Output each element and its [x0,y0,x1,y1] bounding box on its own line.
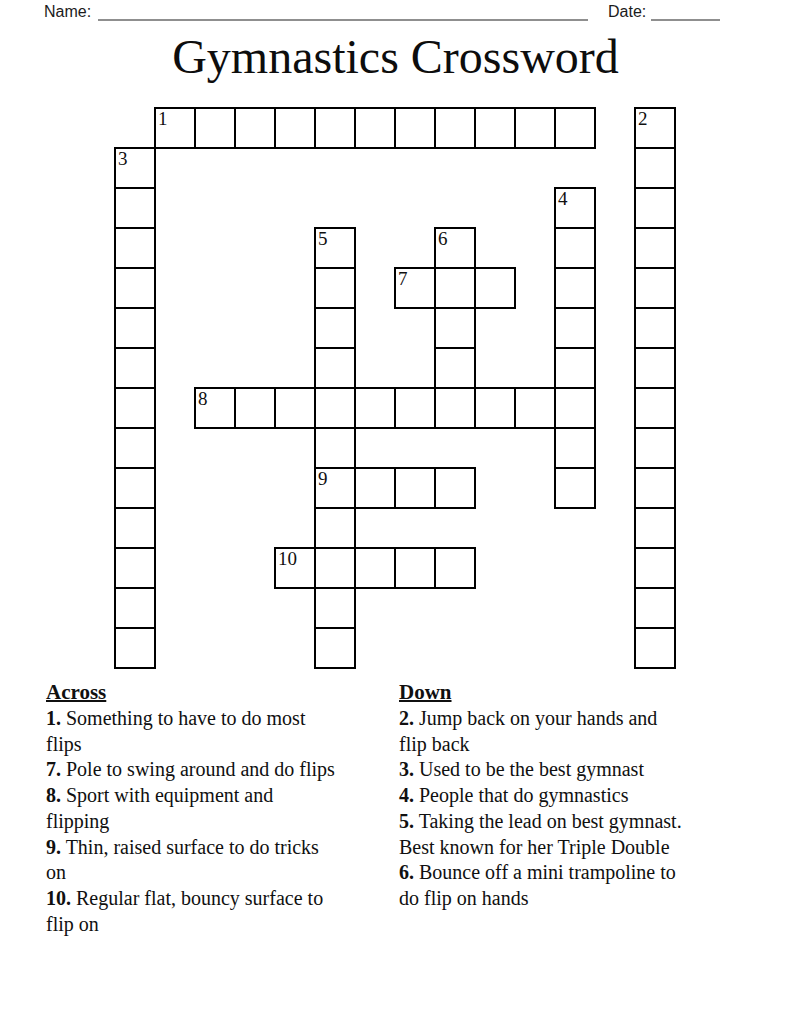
cell-r12c13[interactable] [634,587,676,629]
cell-number: 9 [318,469,328,489]
clue-number: 7. [46,758,61,780]
cell-r7c13[interactable] [634,387,676,429]
cell-r6c0[interactable] [114,347,156,389]
across-clue-list: 1. Something to have to do mostflips7. P… [46,706,396,937]
cell-r0c9[interactable] [474,107,516,149]
cell-r11c8[interactable] [434,547,476,589]
clue-text-line: on [46,860,396,886]
cell-r4c7[interactable]: 7 [394,267,436,309]
clue-down-3: 3. Used to be the best gymnast [399,757,791,783]
cell-number: 6 [438,229,448,249]
cell-number: 5 [318,229,328,249]
cell-r0c4[interactable] [274,107,316,149]
down-clue-list: 2. Jump back on your hands andflip back3… [399,706,791,912]
clue-number: 2. [399,707,414,729]
cell-r1c13[interactable] [634,147,676,189]
clue-text-line: 3. Used to be the best gymnast [399,757,791,783]
clue-number: 1. [46,707,61,729]
cell-r7c8[interactable] [434,387,476,429]
cell-r0c13[interactable]: 2 [634,107,676,149]
clue-number: 6. [399,861,414,883]
cell-r7c11[interactable] [554,387,596,429]
cell-r13c13[interactable] [634,627,676,669]
cell-r7c5[interactable] [314,387,356,429]
cell-r12c0[interactable] [114,587,156,629]
cell-r0c11[interactable] [554,107,596,149]
cell-r4c11[interactable] [554,267,596,309]
cell-r4c13[interactable] [634,267,676,309]
crossword-grid: 12345678910 [114,107,676,669]
cell-r4c9[interactable] [474,267,516,309]
cell-r2c0[interactable] [114,187,156,229]
clue-text-line: 2. Jump back on your hands and [399,706,791,732]
cell-r0c5[interactable] [314,107,356,149]
clue-across-1: 1. Something to have to do mostflips [46,706,396,757]
cell-number: 4 [558,189,568,209]
cell-r7c10[interactable] [514,387,556,429]
cell-r5c0[interactable] [114,307,156,349]
cell-r8c13[interactable] [634,427,676,469]
cell-r7c0[interactable] [114,387,156,429]
clue-text-line: 10. Regular flat, bouncy surface to [46,886,396,912]
clue-text-line: flip back [399,732,791,758]
cell-r5c13[interactable] [634,307,676,349]
clue-text-line: Best known for her Triple Double [399,835,791,861]
cell-r0c6[interactable] [354,107,396,149]
cell-r8c0[interactable] [114,427,156,469]
worksheet-page: { "game": "crossword", "header": { "name… [0,0,791,1024]
cell-r9c7[interactable] [394,467,436,509]
cell-r10c0[interactable] [114,507,156,549]
down-section: Down 2. Jump back on your hands andflip … [399,678,791,912]
clue-number: 9. [46,836,61,858]
clue-number: 4. [399,784,414,806]
cell-r5c5[interactable] [314,307,356,349]
cell-r7c6[interactable] [354,387,396,429]
clue-text-line: 8. Sport with equipment and [46,783,396,809]
cell-r0c3[interactable] [234,107,276,149]
clue-text-line: 4. People that do gymnastics [399,783,791,809]
cell-number: 10 [278,549,297,569]
cell-r3c11[interactable] [554,227,596,269]
cell-r4c5[interactable] [314,267,356,309]
cell-r2c11[interactable]: 4 [554,187,596,229]
cell-r9c11[interactable] [554,467,596,509]
clue-across-8: 8. Sport with equipment andflipping [46,783,396,834]
clue-across-7: 7. Pole to swing around and do flips [46,757,396,783]
clue-text-line: 1. Something to have to do most [46,706,396,732]
cell-r7c9[interactable] [474,387,516,429]
cell-r3c5[interactable]: 5 [314,227,356,269]
cell-r5c8[interactable] [434,307,476,349]
page-title: Gymnastics Crossword [0,30,791,84]
cell-r0c7[interactable] [394,107,436,149]
cell-r7c4[interactable] [274,387,316,429]
clue-number: 10. [46,887,71,909]
cell-number: 1 [158,109,168,129]
clue-down-6: 6. Bounce off a mini trampoline todo fli… [399,860,791,911]
cell-r0c8[interactable] [434,107,476,149]
cell-r7c2[interactable]: 8 [194,387,236,429]
clue-text-line: flips [46,732,396,758]
cell-r3c13[interactable] [634,227,676,269]
clue-down-4: 4. People that do gymnastics [399,783,791,809]
date-label: Date: [608,3,646,21]
cell-r11c6[interactable] [354,547,396,589]
cell-r5c11[interactable] [554,307,596,349]
clue-down-5: 5. Taking the lead on best gymnast.Best … [399,809,791,860]
cell-r12c5[interactable] [314,587,356,629]
cell-number: 3 [118,149,128,169]
cell-r2c13[interactable] [634,187,676,229]
cell-r7c7[interactable] [394,387,436,429]
cell-r7c3[interactable] [234,387,276,429]
cell-r11c7[interactable] [394,547,436,589]
clue-text-line: flip on [46,912,396,938]
cell-r6c13[interactable] [634,347,676,389]
clue-text-line: 7. Pole to swing around and do flips [46,757,396,783]
cell-r11c5[interactable] [314,547,356,589]
date-fill-line [651,19,720,21]
clue-number: 3. [399,758,414,780]
cell-r11c0[interactable] [114,547,156,589]
cell-number: 8 [198,389,208,409]
cell-r8c11[interactable] [554,427,596,469]
cell-r13c5[interactable] [314,627,356,669]
across-header: Across [46,678,396,706]
cell-r1c0[interactable]: 3 [114,147,156,189]
name-label: Name: [44,3,91,21]
clue-text-line: do flip on hands [399,886,791,912]
clue-number: 5. [399,810,414,832]
cell-r9c5[interactable]: 9 [314,467,356,509]
cell-r9c13[interactable] [634,467,676,509]
cell-r10c13[interactable] [634,507,676,549]
clue-across-9: 9. Thin, raised surface to do trickson [46,835,396,886]
cell-r8c5[interactable] [314,427,356,469]
clue-text-line: 6. Bounce off a mini trampoline to [399,860,791,886]
cell-r4c8[interactable] [434,267,476,309]
clue-text-line: flipping [46,809,396,835]
cell-r6c11[interactable] [554,347,596,389]
down-header: Down [399,678,791,706]
cell-r3c8[interactable]: 6 [434,227,476,269]
cell-r11c4[interactable]: 10 [274,547,316,589]
cell-r0c2[interactable] [194,107,236,149]
cell-r9c8[interactable] [434,467,476,509]
cell-r4c0[interactable] [114,267,156,309]
cell-r0c10[interactable] [514,107,556,149]
cell-number: 7 [398,269,408,289]
cell-r13c0[interactable] [114,627,156,669]
name-fill-line [98,19,588,21]
cell-r3c0[interactable] [114,227,156,269]
cell-r0c1[interactable]: 1 [154,107,196,149]
clue-number: 8. [46,784,61,806]
cell-r6c8[interactable] [434,347,476,389]
cell-number: 2 [638,109,648,129]
cell-r6c5[interactable] [314,347,356,389]
cell-r9c0[interactable] [114,467,156,509]
across-section: Across 1. Something to have to do mostfl… [46,678,396,937]
clue-text-line: 9. Thin, raised surface to do tricks [46,835,396,861]
clue-text-line: 5. Taking the lead on best gymnast. [399,809,791,835]
cell-r9c6[interactable] [354,467,396,509]
clue-across-10: 10. Regular flat, bouncy surface toflip … [46,886,396,937]
clue-down-2: 2. Jump back on your hands andflip back [399,706,791,757]
cell-r10c5[interactable] [314,507,356,549]
cell-r11c13[interactable] [634,547,676,589]
